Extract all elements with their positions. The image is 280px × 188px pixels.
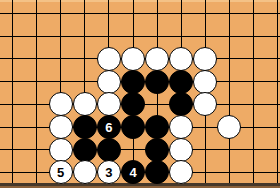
- stone-black-move-6[interactable]: 6: [97, 115, 121, 139]
- move-number-label: 5: [57, 166, 64, 179]
- move-number-label: 6: [105, 121, 112, 134]
- stone-black-move-4[interactable]: 4: [121, 160, 145, 184]
- move-number-label: 3: [105, 166, 112, 179]
- stone-white-move-3[interactable]: 3: [97, 160, 121, 184]
- stone-white[interactable]: [73, 92, 97, 116]
- stone-black[interactable]: [73, 138, 97, 162]
- stone-white[interactable]: [145, 47, 169, 71]
- stone-white[interactable]: [97, 92, 121, 116]
- stone-white[interactable]: [193, 47, 217, 71]
- stone-black[interactable]: [121, 92, 145, 116]
- stone-black[interactable]: [145, 70, 169, 94]
- stone-white[interactable]: [73, 160, 97, 184]
- stone-white[interactable]: [49, 92, 73, 116]
- grid-line-vertical: [36, 0, 37, 183]
- stone-white[interactable]: [49, 115, 73, 139]
- grid-line-horizontal: [0, 36, 280, 37]
- stone-white[interactable]: [49, 138, 73, 162]
- stone-white[interactable]: [217, 115, 241, 139]
- stone-white[interactable]: [121, 47, 145, 71]
- grid-line-vertical: [229, 0, 230, 183]
- stone-white[interactable]: [97, 47, 121, 71]
- stone-white[interactable]: [169, 47, 193, 71]
- board-bottom-edge-light: [0, 186, 280, 188]
- grid-line-vertical: [253, 0, 254, 183]
- stone-white[interactable]: [169, 138, 193, 162]
- grid-line-horizontal: [0, 149, 280, 150]
- stone-black[interactable]: [145, 115, 169, 139]
- grid-line-vertical: [277, 0, 278, 183]
- stone-black[interactable]: [169, 70, 193, 94]
- grid-line-horizontal: [0, 13, 280, 14]
- stone-white[interactable]: [169, 160, 193, 184]
- stone-white[interactable]: [193, 92, 217, 116]
- stone-white-move-5[interactable]: 5: [49, 160, 73, 184]
- stone-black[interactable]: [97, 138, 121, 162]
- stone-white[interactable]: [169, 115, 193, 139]
- stone-white[interactable]: [193, 70, 217, 94]
- move-number-label: 4: [129, 166, 136, 179]
- stone-black[interactable]: [145, 160, 169, 184]
- grid-line-vertical: [12, 0, 13, 183]
- board-top-edge-highlight: [0, 0, 280, 2]
- stone-black[interactable]: [121, 70, 145, 94]
- stone-black[interactable]: [73, 115, 97, 139]
- stone-black[interactable]: [169, 92, 193, 116]
- stone-black[interactable]: [145, 138, 169, 162]
- stone-black[interactable]: [121, 115, 145, 139]
- stone-white[interactable]: [97, 70, 121, 94]
- go-board[interactable]: 6534: [0, 0, 280, 188]
